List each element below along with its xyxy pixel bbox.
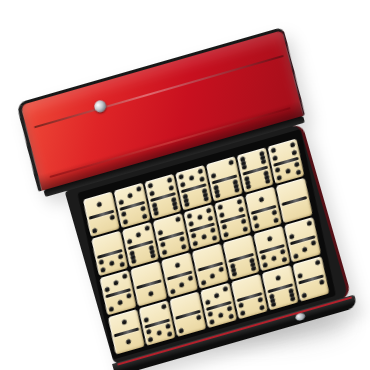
pip xyxy=(109,214,115,220)
pip xyxy=(273,155,279,161)
pip xyxy=(293,253,299,259)
pip xyxy=(191,232,197,238)
pip xyxy=(121,319,127,325)
domino-tile xyxy=(114,183,151,229)
domino-tile xyxy=(245,187,282,233)
pip xyxy=(201,234,207,240)
pip xyxy=(306,220,312,226)
pip xyxy=(203,196,209,202)
pip xyxy=(201,280,207,286)
pip xyxy=(298,273,304,279)
pip xyxy=(166,331,172,337)
domino-tile xyxy=(91,231,128,277)
pip xyxy=(141,214,147,220)
pip xyxy=(310,239,316,245)
pip xyxy=(126,339,132,345)
domino-tile xyxy=(100,270,137,316)
pip xyxy=(277,175,283,181)
pip xyxy=(273,218,279,224)
pip xyxy=(119,262,125,268)
pip xyxy=(150,191,156,197)
pip xyxy=(289,296,295,302)
pip xyxy=(234,187,240,193)
pip xyxy=(144,225,150,231)
pip xyxy=(259,196,265,202)
pip xyxy=(135,185,141,191)
pip xyxy=(240,310,246,316)
pip xyxy=(215,193,221,199)
pip xyxy=(165,323,171,329)
pip xyxy=(208,310,214,316)
pip xyxy=(96,201,102,207)
pip xyxy=(224,232,230,238)
pip xyxy=(242,226,248,232)
pip xyxy=(240,218,246,224)
pip xyxy=(260,159,266,165)
pip xyxy=(119,199,125,205)
pip xyxy=(281,257,287,263)
pip xyxy=(209,227,215,233)
pip xyxy=(121,210,127,216)
domino-tile xyxy=(284,217,321,263)
domino-tile xyxy=(293,256,330,302)
pip xyxy=(254,223,260,229)
pip xyxy=(228,159,234,165)
pip xyxy=(257,296,263,302)
pip xyxy=(179,235,185,241)
pip xyxy=(267,236,273,242)
domino-tile xyxy=(237,147,274,193)
pip xyxy=(170,289,176,295)
pip xyxy=(218,266,224,272)
pip xyxy=(135,232,141,238)
pip xyxy=(148,337,154,343)
pip xyxy=(199,176,205,182)
domino-tile xyxy=(83,191,120,237)
pip xyxy=(222,285,228,291)
pip xyxy=(126,292,132,298)
pip xyxy=(238,302,244,308)
pip xyxy=(275,166,281,172)
pip xyxy=(279,248,285,254)
pip xyxy=(160,303,166,309)
pip xyxy=(184,201,190,207)
domino-tile xyxy=(231,274,268,320)
domino-tile xyxy=(276,178,313,224)
pip xyxy=(197,168,203,174)
pip xyxy=(289,141,295,147)
domino-tile xyxy=(253,226,290,272)
pip xyxy=(131,258,137,264)
pip xyxy=(293,161,299,167)
domino-tile xyxy=(206,156,243,202)
pip xyxy=(209,273,215,279)
pip xyxy=(250,266,256,272)
pip xyxy=(123,219,129,225)
snap-button-icon xyxy=(93,99,107,114)
pip xyxy=(99,258,105,264)
pip xyxy=(259,305,265,311)
pip xyxy=(175,262,181,268)
pip xyxy=(218,204,224,210)
pip xyxy=(179,282,185,288)
pip xyxy=(181,244,187,250)
domino-tile xyxy=(130,261,167,307)
pip xyxy=(302,246,308,252)
pip xyxy=(285,168,291,174)
pip xyxy=(236,198,242,204)
lid-seam xyxy=(34,55,283,128)
pip xyxy=(189,221,195,227)
pip xyxy=(271,147,277,153)
pip xyxy=(228,314,234,320)
pip xyxy=(214,292,220,298)
domino-tile xyxy=(170,291,207,337)
pip xyxy=(242,164,248,170)
pip xyxy=(121,273,127,279)
pip xyxy=(205,207,211,213)
pip xyxy=(238,207,244,213)
domino-case xyxy=(28,27,358,367)
side-snap-button-icon xyxy=(295,312,307,321)
pip xyxy=(205,299,211,305)
pip xyxy=(302,293,308,299)
domino-tile xyxy=(192,243,229,289)
pip xyxy=(314,259,320,265)
pip xyxy=(187,212,193,218)
pip xyxy=(193,241,199,247)
pip xyxy=(253,214,259,220)
product-photo xyxy=(0,0,370,370)
pip xyxy=(140,205,146,211)
pip xyxy=(105,287,111,293)
pip xyxy=(295,170,301,176)
pip xyxy=(271,255,277,261)
pip xyxy=(148,290,154,296)
pip xyxy=(219,212,225,218)
pip xyxy=(226,305,232,311)
pip xyxy=(271,209,277,215)
pip xyxy=(291,150,297,156)
pip xyxy=(178,173,184,179)
domino-tile xyxy=(153,213,190,259)
pip xyxy=(146,328,152,334)
pip xyxy=(172,205,178,211)
pip xyxy=(180,182,186,188)
domino-tile xyxy=(161,252,198,298)
pip xyxy=(117,299,123,305)
pip xyxy=(179,328,185,334)
pip xyxy=(222,223,228,229)
pip xyxy=(148,182,154,188)
pip xyxy=(275,275,281,281)
pip xyxy=(162,249,168,255)
pip xyxy=(156,330,162,336)
pip xyxy=(246,184,252,190)
pip xyxy=(168,185,174,191)
pip xyxy=(101,267,107,273)
pip xyxy=(158,230,164,236)
pip xyxy=(175,216,181,222)
pip xyxy=(261,254,267,260)
pip xyxy=(127,192,133,198)
pip xyxy=(150,253,156,259)
domino-tile xyxy=(139,300,176,346)
pip xyxy=(210,319,216,325)
pip xyxy=(166,177,172,183)
pip xyxy=(271,301,277,307)
domino-tile xyxy=(108,309,145,355)
pip xyxy=(197,214,203,220)
pip xyxy=(264,178,270,184)
pip xyxy=(289,234,295,240)
pip xyxy=(195,314,201,320)
pip xyxy=(263,262,269,268)
pip xyxy=(160,241,166,247)
pip xyxy=(232,271,238,277)
pip xyxy=(211,173,217,179)
pip xyxy=(218,312,224,318)
domino-tile xyxy=(214,195,251,241)
pip xyxy=(109,260,115,266)
domino-tile xyxy=(145,174,182,220)
pip xyxy=(144,317,150,323)
pip xyxy=(207,216,213,222)
pip xyxy=(154,210,160,216)
domino-tile xyxy=(175,165,212,211)
domino-tile xyxy=(268,139,305,185)
domino-tile xyxy=(223,235,260,281)
pip xyxy=(187,275,193,281)
domino-tile xyxy=(200,283,237,329)
pip xyxy=(113,280,119,286)
pip xyxy=(109,306,115,312)
pip xyxy=(117,253,123,259)
domino-tile xyxy=(184,204,221,250)
pip xyxy=(189,175,195,181)
pip xyxy=(211,235,217,241)
pip xyxy=(318,279,324,285)
pip xyxy=(127,239,133,245)
domino-tile xyxy=(122,222,159,268)
pip xyxy=(92,228,98,234)
domino-tile xyxy=(262,265,299,311)
